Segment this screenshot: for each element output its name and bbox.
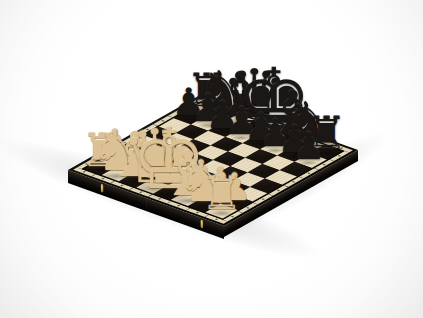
border-ornament-mark — [231, 216, 234, 217]
border-ornament-mark — [158, 198, 161, 200]
border-ornament-mark — [338, 155, 341, 156]
border-ornament-mark — [292, 181, 295, 182]
brass-clasp — [101, 184, 104, 193]
chess-board — [68, 94, 358, 226]
border-ornament-mark — [83, 171, 86, 173]
border-ornament-mark — [307, 172, 310, 173]
border-ornament-mark — [139, 191, 142, 193]
border-ornament-mark — [322, 164, 325, 165]
border-ornament-mark — [215, 218, 218, 220]
border-ornament-mark — [277, 190, 280, 191]
border-ornament-mark — [246, 207, 249, 208]
brass-clasp — [201, 220, 204, 229]
border-ornament-mark — [196, 212, 199, 214]
chess-set-photo: ♜♞♝♛♚♝♞♜♟♟♟♟♟♟♟♟♟♟♟♟♟♟♟♟♜♞♝♛♚♝♞♜ — [0, 0, 423, 318]
border-ornament-mark — [261, 198, 264, 199]
border-ornament-mark — [177, 205, 180, 207]
border-ornament-mark — [101, 178, 104, 180]
border-ornament-mark — [120, 185, 123, 187]
